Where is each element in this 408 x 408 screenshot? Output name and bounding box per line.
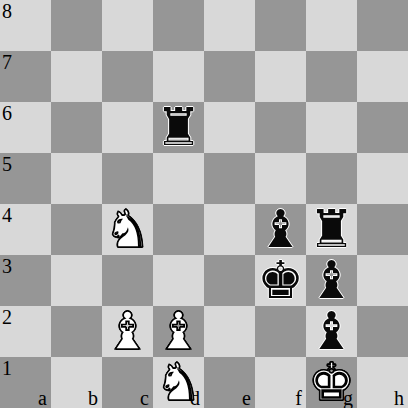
square-f2[interactable] [255, 306, 306, 357]
square-h3[interactable] [357, 255, 408, 306]
square-a6[interactable]: 6 [0, 102, 51, 153]
square-e5[interactable] [204, 153, 255, 204]
square-a8[interactable]: 8 [0, 0, 51, 51]
square-d3[interactable] [153, 255, 204, 306]
rank-label-6: 6 [2, 103, 12, 123]
square-d8[interactable] [153, 0, 204, 51]
file-label-h: h [394, 388, 404, 408]
square-g7[interactable] [306, 51, 357, 102]
rank-label-2: 2 [2, 307, 12, 327]
white-knight-icon[interactable]: ♞ [102, 204, 153, 255]
square-c4[interactable]: ♞ [102, 204, 153, 255]
square-f1[interactable]: f [255, 357, 306, 408]
square-c6[interactable] [102, 102, 153, 153]
square-d7[interactable] [153, 51, 204, 102]
square-f6[interactable] [255, 102, 306, 153]
square-a7[interactable]: 7 [0, 51, 51, 102]
square-g1[interactable]: g♚ [306, 357, 357, 408]
square-b4[interactable] [51, 204, 102, 255]
file-label-b: b [88, 388, 98, 408]
square-b6[interactable] [51, 102, 102, 153]
black-bishop-icon[interactable]: ♝ [306, 255, 357, 306]
square-f5[interactable] [255, 153, 306, 204]
square-h4[interactable] [357, 204, 408, 255]
square-g8[interactable] [306, 0, 357, 51]
square-b5[interactable] [51, 153, 102, 204]
black-king-icon[interactable]: ♚ [255, 255, 306, 306]
square-c2[interactable]: ♝ [102, 306, 153, 357]
square-c1[interactable]: c [102, 357, 153, 408]
square-c7[interactable] [102, 51, 153, 102]
square-b3[interactable] [51, 255, 102, 306]
file-label-c: c [140, 388, 149, 408]
square-f4[interactable]: ♝ [255, 204, 306, 255]
square-e6[interactable] [204, 102, 255, 153]
chess-board: 876♜54♞♝♜3♚♝2♝♝♝1abcd♞efg♚h [0, 0, 408, 408]
square-d2[interactable]: ♝ [153, 306, 204, 357]
white-knight-icon[interactable]: ♞ [153, 357, 204, 408]
black-rook-icon[interactable]: ♜ [153, 102, 204, 153]
black-bishop-icon[interactable]: ♝ [306, 306, 357, 357]
square-h8[interactable] [357, 0, 408, 51]
square-a4[interactable]: 4 [0, 204, 51, 255]
square-f8[interactable] [255, 0, 306, 51]
rank-label-5: 5 [2, 154, 12, 174]
square-c5[interactable] [102, 153, 153, 204]
rank-label-3: 3 [2, 256, 12, 276]
rank-label-7: 7 [2, 52, 12, 72]
black-bishop-icon[interactable]: ♝ [255, 204, 306, 255]
square-f7[interactable] [255, 51, 306, 102]
square-h1[interactable]: h [357, 357, 408, 408]
square-g4[interactable]: ♜ [306, 204, 357, 255]
square-d1[interactable]: d♞ [153, 357, 204, 408]
square-g2[interactable]: ♝ [306, 306, 357, 357]
square-a5[interactable]: 5 [0, 153, 51, 204]
square-c8[interactable] [102, 0, 153, 51]
square-a2[interactable]: 2 [0, 306, 51, 357]
square-e8[interactable] [204, 0, 255, 51]
file-label-f: f [295, 388, 302, 408]
square-b8[interactable] [51, 0, 102, 51]
white-bishop-icon[interactable]: ♝ [102, 306, 153, 357]
square-h2[interactable] [357, 306, 408, 357]
square-h5[interactable] [357, 153, 408, 204]
square-a1[interactable]: 1a [0, 357, 51, 408]
square-e3[interactable] [204, 255, 255, 306]
square-b2[interactable] [51, 306, 102, 357]
rank-label-8: 8 [2, 1, 12, 21]
black-rook-icon[interactable]: ♜ [306, 204, 357, 255]
square-e7[interactable] [204, 51, 255, 102]
square-h7[interactable] [357, 51, 408, 102]
rank-label-4: 4 [2, 205, 12, 225]
square-d4[interactable] [153, 204, 204, 255]
file-label-a: a [38, 388, 47, 408]
square-b7[interactable] [51, 51, 102, 102]
white-king-icon[interactable]: ♚ [306, 357, 357, 408]
rank-label-1: 1 [2, 358, 12, 378]
square-h6[interactable] [357, 102, 408, 153]
square-e4[interactable] [204, 204, 255, 255]
square-b1[interactable]: b [51, 357, 102, 408]
square-e1[interactable]: e [204, 357, 255, 408]
file-label-e: e [242, 388, 251, 408]
square-e2[interactable] [204, 306, 255, 357]
white-bishop-icon[interactable]: ♝ [153, 306, 204, 357]
square-g3[interactable]: ♝ [306, 255, 357, 306]
square-c3[interactable] [102, 255, 153, 306]
square-g6[interactable] [306, 102, 357, 153]
square-d6[interactable]: ♜ [153, 102, 204, 153]
square-g5[interactable] [306, 153, 357, 204]
square-a3[interactable]: 3 [0, 255, 51, 306]
square-d5[interactable] [153, 153, 204, 204]
square-f3[interactable]: ♚ [255, 255, 306, 306]
